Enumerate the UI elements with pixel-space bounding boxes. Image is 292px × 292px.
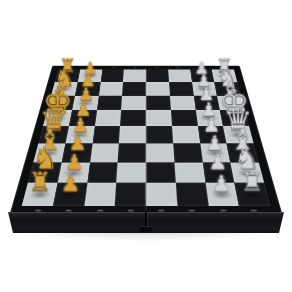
square-r7c7: ♜ [235, 183, 271, 206]
chess-board: ♜♟♟♜♞♟♟♞♝♟♟♝♚♟♟♚♛♟♟♛♝♟♟♝♞♟♟♞♜♟♟♜ [10, 66, 282, 214]
square-r6c3 [116, 162, 146, 183]
square-r1c3 [122, 82, 146, 96]
frame-tick [69, 67, 73, 68]
frame-tick [176, 67, 179, 68]
square-r5c4 [146, 143, 174, 162]
frame-tick [219, 67, 223, 68]
square-r4c5 [172, 126, 200, 143]
frame-tick [66, 209, 72, 211]
silver-pawn: ♟ [212, 173, 232, 195]
square-r5c2 [90, 143, 119, 162]
square-r4c4 [146, 126, 173, 143]
square-r6c4 [146, 162, 176, 183]
square-r0c4 [146, 69, 169, 82]
square-r3c5 [171, 110, 198, 126]
frame-tick [112, 67, 115, 68]
frame-tick [155, 67, 158, 68]
square-r5c3 [118, 143, 146, 162]
square-r0c5 [168, 69, 192, 82]
square-r3c3 [120, 110, 146, 126]
square-r4c2 [92, 126, 120, 143]
gold-pawn: ♟ [60, 173, 80, 195]
frame-tick [250, 209, 257, 211]
frame-tick [198, 67, 202, 68]
square-r7c2 [84, 183, 117, 206]
square-r7c1: ♟ [53, 183, 87, 206]
frame-tick [189, 209, 195, 211]
square-r6c5 [174, 162, 205, 183]
square-r7c4 [146, 183, 177, 206]
square-r2c3 [121, 96, 146, 111]
folded-box-front [8, 212, 284, 233]
frame-tick [97, 209, 103, 211]
square-r1c2 [99, 82, 124, 96]
square-r7c6: ♟ [205, 183, 239, 206]
square-r3c2 [95, 110, 122, 126]
square-r7c5 [176, 183, 209, 206]
square-r0c2 [100, 69, 124, 82]
square-r2c5 [170, 96, 196, 111]
gold-rook: ♜ [28, 169, 51, 195]
square-r1c4 [146, 82, 170, 96]
square-r0c3 [123, 69, 146, 82]
frame-tick [128, 209, 134, 211]
square-r1c5 [169, 82, 194, 96]
fold-seam-line [145, 66, 147, 214]
square-r5c5 [173, 143, 202, 162]
frame-tick [91, 67, 95, 68]
frame-tick [35, 209, 42, 211]
square-r2c4 [146, 96, 171, 111]
square-r4c3 [119, 126, 146, 143]
square-r7c0: ♜ [22, 183, 58, 206]
chess-set-photo: ♜♟♟♜♞♟♟♞♝♟♟♝♚♟♟♚♛♟♟♛♝♟♟♝♞♟♟♞♜♟♟♜ [0, 0, 292, 292]
square-r7c3 [115, 183, 146, 206]
frame-tick [220, 209, 226, 211]
frame-tick [134, 67, 137, 68]
square-r3c4 [146, 110, 172, 126]
square-r6c2 [87, 162, 118, 183]
board-frame: ♜♟♟♜♞♟♟♞♝♟♟♝♚♟♟♚♛♟♟♛♝♟♟♝♞♟♟♞♜♟♟♜ [10, 66, 282, 214]
frame-tick [158, 209, 164, 211]
square-r2c2 [97, 96, 123, 111]
box-clasp [140, 226, 152, 232]
silver-rook: ♜ [241, 169, 264, 195]
